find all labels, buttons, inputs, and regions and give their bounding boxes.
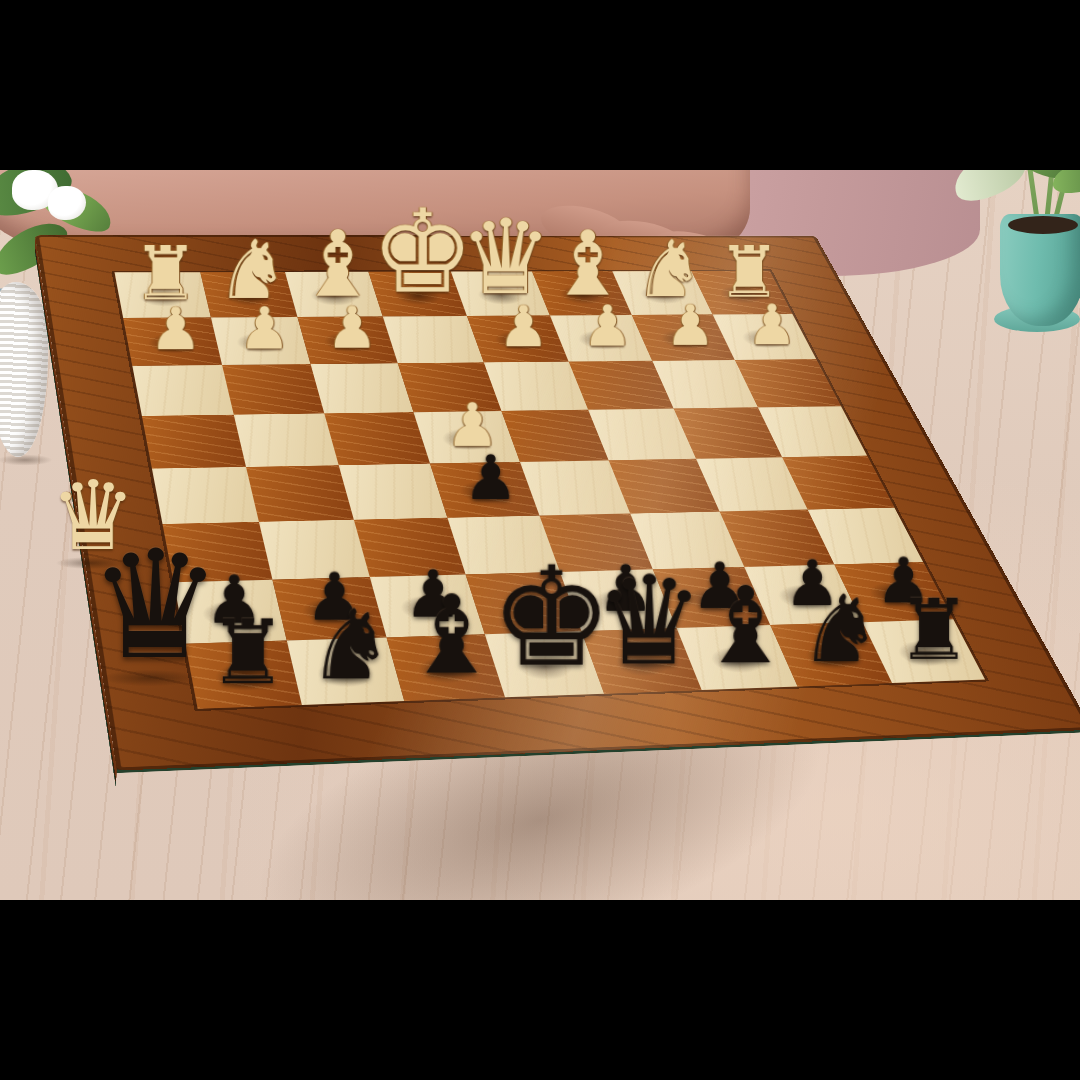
piece-white-pawn-c2: ♟	[582, 298, 633, 354]
square-b5	[696, 457, 808, 511]
square-g3	[222, 364, 324, 415]
square-f3	[311, 363, 414, 413]
piece-black-bishop-f8: ♝	[403, 581, 500, 689]
square-d5	[520, 460, 630, 515]
square-g2: ♟	[211, 317, 311, 365]
square-h2: ♟	[123, 317, 222, 365]
square-a4	[758, 406, 867, 457]
square-e8: ♚	[485, 631, 604, 697]
letterbox-bottom	[0, 900, 1080, 1080]
black-spare-queen: ♛	[88, 530, 222, 680]
piece-black-pawn-e5: ♟	[463, 447, 518, 508]
piece-white-pawn-g2: ♟	[239, 299, 291, 357]
square-e1: ♚	[368, 272, 466, 317]
board-squares: ♜♞♝♚♛♝♞♜♟♟♟♟♟♟♟♟♟♟♟♟♟♟♟♟♜♞♝♚♛♝♞♜	[115, 271, 986, 709]
piece-white-pawn-a2: ♟	[747, 297, 797, 353]
piece-white-pawn-f2: ♟	[326, 299, 378, 357]
piece-black-bishop-c8: ♝	[698, 573, 793, 679]
piece-white-pawn-h2: ♟	[150, 300, 202, 358]
piece-black-king-e8: ♚	[490, 548, 613, 685]
square-c2: ♟	[550, 315, 652, 362]
square-f8: ♝	[387, 634, 505, 701]
square-h5	[152, 467, 259, 524]
square-g5	[246, 465, 354, 522]
square-f5	[339, 464, 448, 520]
letterbox-top	[0, 0, 1080, 170]
square-g8: ♞	[287, 637, 405, 705]
piece-black-knight-b8: ♞	[799, 582, 882, 675]
square-d3	[484, 362, 588, 411]
piece-white-pawn-d2: ♟	[498, 298, 549, 355]
square-g4	[234, 413, 339, 466]
photo-frame: ♜♞♝♚♛♝♞♜♟♟♟♟♟♟♟♟♟♟♟♟♟♟♟♟♜♞♝♚♛♝♞♜ ♛ ♛	[0, 0, 1080, 1080]
piece-black-knight-g8: ♞	[307, 596, 394, 693]
photo-area: ♜♞♝♚♛♝♞♜♟♟♟♟♟♟♟♟♟♟♟♟♟♟♟♟♜♞♝♚♛♝♞♜ ♛ ♛	[0, 170, 1080, 900]
square-h4	[142, 415, 246, 469]
piece-black-rook-a8: ♜	[896, 588, 971, 672]
piece-white-pawn-b2: ♟	[665, 297, 715, 353]
pot-soil	[1008, 216, 1078, 234]
square-h3	[132, 365, 233, 416]
square-f4	[324, 412, 430, 465]
square-e5: ♟	[430, 462, 539, 518]
square-f2: ♟	[297, 316, 397, 364]
piece-white-king-e1: ♚	[371, 194, 475, 310]
